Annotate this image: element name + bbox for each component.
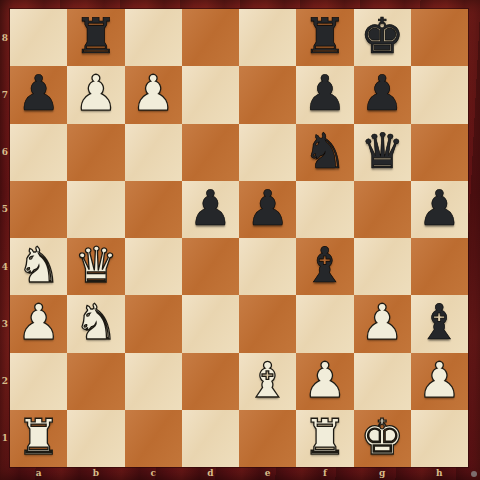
file-label-g: g [354, 466, 411, 480]
square-b3[interactable]: ♞ [67, 295, 124, 352]
white-king: ♚ [360, 413, 404, 462]
white-rook: ♜ [17, 413, 61, 462]
square-a6[interactable] [10, 124, 67, 181]
black-pawn: ♟ [417, 184, 461, 233]
square-b5[interactable] [67, 181, 124, 238]
rank-label-8: 8 [0, 9, 10, 66]
square-f3[interactable] [296, 295, 353, 352]
white-knight: ♞ [17, 241, 61, 290]
square-g7[interactable]: ♟ [354, 66, 411, 123]
square-g1[interactable]: ♚ [354, 410, 411, 467]
square-e1[interactable] [239, 410, 296, 467]
corner-dot [471, 471, 477, 477]
rank-label-1: 1 [0, 410, 10, 467]
square-f7[interactable]: ♟ [296, 66, 353, 123]
square-c3[interactable] [125, 295, 182, 352]
square-b1[interactable] [67, 410, 124, 467]
square-f2[interactable]: ♟ [296, 353, 353, 410]
square-f1[interactable]: ♜ [296, 410, 353, 467]
square-g6[interactable]: ♛ [354, 124, 411, 181]
rank-label-2: 2 [0, 353, 10, 410]
square-c7[interactable]: ♟ [125, 66, 182, 123]
rank-label-6: 6 [0, 124, 10, 181]
black-pawn: ♟ [360, 69, 404, 118]
square-d8[interactable] [182, 9, 239, 66]
square-g4[interactable] [354, 238, 411, 295]
square-f8[interactable]: ♜ [296, 9, 353, 66]
square-e6[interactable] [239, 124, 296, 181]
white-pawn: ♟ [303, 356, 347, 405]
file-label-h: h [411, 466, 468, 480]
square-d1[interactable] [182, 410, 239, 467]
board-frame: 87654321 abcdefgh ♜♜♚♟♟♟♟♟♞♛♟♟♟♞♛♝♟♞♟♝♝♟… [0, 0, 480, 480]
square-a8[interactable] [10, 9, 67, 66]
white-pawn: ♟ [417, 356, 461, 405]
square-d4[interactable] [182, 238, 239, 295]
square-e4[interactable] [239, 238, 296, 295]
square-e2[interactable]: ♝ [239, 353, 296, 410]
square-a2[interactable] [10, 353, 67, 410]
square-a5[interactable] [10, 181, 67, 238]
rank-label-7: 7 [0, 66, 10, 123]
square-g8[interactable]: ♚ [354, 9, 411, 66]
square-d7[interactable] [182, 66, 239, 123]
black-bishop: ♝ [417, 298, 461, 347]
square-g3[interactable]: ♟ [354, 295, 411, 352]
file-label-f: f [296, 466, 353, 480]
black-bishop: ♝ [303, 241, 347, 290]
square-b7[interactable]: ♟ [67, 66, 124, 123]
white-pawn: ♟ [360, 298, 404, 347]
square-c1[interactable] [125, 410, 182, 467]
square-f6[interactable]: ♞ [296, 124, 353, 181]
file-labels: abcdefgh [10, 466, 468, 480]
square-a1[interactable]: ♜ [10, 410, 67, 467]
square-b4[interactable]: ♛ [67, 238, 124, 295]
square-d3[interactable] [182, 295, 239, 352]
square-c4[interactable] [125, 238, 182, 295]
black-queen: ♛ [360, 127, 404, 176]
white-knight: ♞ [74, 298, 118, 347]
square-h4[interactable] [411, 238, 468, 295]
square-d2[interactable] [182, 353, 239, 410]
white-pawn: ♟ [17, 298, 61, 347]
rank-labels: 87654321 [0, 9, 10, 467]
black-pawn: ♟ [188, 184, 232, 233]
black-rook: ♜ [74, 12, 118, 61]
black-king: ♚ [360, 12, 404, 61]
square-d5[interactable]: ♟ [182, 181, 239, 238]
file-label-c: c [125, 466, 182, 480]
square-c5[interactable] [125, 181, 182, 238]
square-c8[interactable] [125, 9, 182, 66]
square-h8[interactable] [411, 9, 468, 66]
square-b6[interactable] [67, 124, 124, 181]
square-h7[interactable] [411, 66, 468, 123]
rank-label-5: 5 [0, 181, 10, 238]
square-a3[interactable]: ♟ [10, 295, 67, 352]
black-pawn: ♟ [246, 184, 290, 233]
file-label-d: d [182, 466, 239, 480]
square-d6[interactable] [182, 124, 239, 181]
square-e3[interactable] [239, 295, 296, 352]
rank-label-3: 3 [0, 295, 10, 352]
square-c2[interactable] [125, 353, 182, 410]
chess-board: ♜♜♚♟♟♟♟♟♞♛♟♟♟♞♛♝♟♞♟♝♝♟♟♜♜♚ [10, 9, 468, 467]
square-b8[interactable]: ♜ [67, 9, 124, 66]
square-g2[interactable] [354, 353, 411, 410]
black-pawn: ♟ [303, 69, 347, 118]
square-e5[interactable]: ♟ [239, 181, 296, 238]
white-pawn: ♟ [74, 69, 118, 118]
white-bishop: ♝ [246, 356, 290, 405]
white-queen: ♛ [74, 241, 118, 290]
square-e8[interactable] [239, 9, 296, 66]
file-label-a: a [10, 466, 67, 480]
square-f4[interactable]: ♝ [296, 238, 353, 295]
white-rook: ♜ [303, 413, 347, 462]
square-f5[interactable] [296, 181, 353, 238]
white-pawn: ♟ [131, 69, 175, 118]
black-pawn: ♟ [17, 69, 61, 118]
square-h3[interactable]: ♝ [411, 295, 468, 352]
rank-label-4: 4 [0, 238, 10, 295]
square-h1[interactable] [411, 410, 468, 467]
square-h5[interactable]: ♟ [411, 181, 468, 238]
square-c6[interactable] [125, 124, 182, 181]
black-rook: ♜ [303, 12, 347, 61]
square-g5[interactable] [354, 181, 411, 238]
file-label-b: b [67, 466, 124, 480]
file-label-e: e [239, 466, 296, 480]
square-e7[interactable] [239, 66, 296, 123]
square-h2[interactable]: ♟ [411, 353, 468, 410]
square-b2[interactable] [67, 353, 124, 410]
square-h6[interactable] [411, 124, 468, 181]
square-a4[interactable]: ♞ [10, 238, 67, 295]
square-a7[interactable]: ♟ [10, 66, 67, 123]
black-knight: ♞ [303, 127, 347, 176]
